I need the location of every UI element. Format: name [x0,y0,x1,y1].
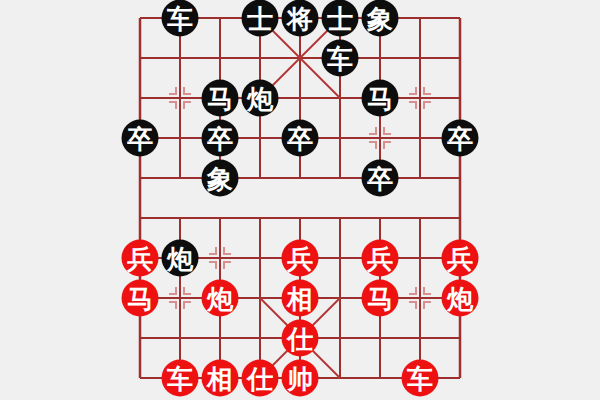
piece-red-advisor[interactable]: 仕 [242,360,279,397]
piece-black-horse[interactable]: 马 [362,80,399,117]
point-marker [409,287,431,309]
piece-red-general[interactable]: 帅 [282,360,319,397]
piece-red-soldier[interactable]: 兵 [362,240,399,277]
piece-red-horse[interactable]: 马 [362,280,399,317]
point-marker-corner [383,141,391,149]
point-marker-corner [409,87,417,95]
piece-red-soldier[interactable]: 兵 [442,240,479,277]
piece-black-general[interactable]: 将 [282,0,319,37]
point-marker-corner [423,301,431,309]
point-marker-corner [209,247,217,255]
point-marker [169,287,191,309]
point-marker-corner [169,101,177,109]
piece-black-soldier[interactable]: 卒 [442,120,479,157]
piece-red-chariot[interactable]: 车 [402,360,439,397]
piece-red-advisor[interactable]: 仕 [282,320,319,357]
point-marker-corner [169,87,177,95]
point-marker-corner [169,301,177,309]
piece-black-elephant[interactable]: 象 [202,160,239,197]
point-marker-corner [183,287,191,295]
point-marker-corner [169,287,177,295]
piece-red-soldier[interactable]: 兵 [282,240,319,277]
piece-red-elephant[interactable]: 相 [282,280,319,317]
piece-black-advisor[interactable]: 士 [322,0,359,37]
piece-red-cannon[interactable]: 炮 [442,280,479,317]
piece-black-cannon[interactable]: 炮 [242,80,279,117]
piece-black-soldier[interactable]: 卒 [122,120,159,157]
point-marker-corner [183,101,191,109]
point-marker-corner [409,287,417,295]
piece-red-cannon[interactable]: 炮 [202,280,239,317]
point-marker-corner [209,261,217,269]
piece-black-soldier[interactable]: 卒 [362,160,399,197]
piece-black-horse[interactable]: 马 [202,80,239,117]
piece-black-chariot[interactable]: 车 [322,40,359,77]
point-marker [369,127,391,149]
point-marker-corner [383,127,391,135]
point-marker [169,87,191,109]
point-marker-corner [369,141,377,149]
point-marker-corner [183,301,191,309]
piece-red-soldier[interactable]: 兵 [122,240,159,277]
piece-black-cannon[interactable]: 炮 [162,240,199,277]
point-marker-corner [223,261,231,269]
point-marker [409,87,431,109]
point-marker-corner [423,287,431,295]
point-marker-corner [423,87,431,95]
point-marker-corner [183,87,191,95]
piece-red-horse[interactable]: 马 [122,280,159,317]
piece-black-soldier[interactable]: 卒 [282,120,319,157]
piece-red-chariot[interactable]: 车 [162,360,199,397]
point-marker-corner [423,101,431,109]
point-marker [209,247,231,269]
point-marker-corner [409,101,417,109]
piece-black-chariot[interactable]: 车 [162,0,199,37]
point-marker-corner [409,301,417,309]
piece-black-advisor[interactable]: 士 [242,0,279,37]
piece-black-elephant[interactable]: 象 [362,0,399,37]
point-marker-corner [369,127,377,135]
point-marker-corner [223,247,231,255]
piece-red-elephant[interactable]: 相 [202,360,239,397]
piece-black-soldier[interactable]: 卒 [202,120,239,157]
xiangqi-app: { "game": "xiangqi", "position": "1r1aka… [0,0,600,400]
xiangqi-board: 车士将士象车马炮马卒卒卒卒象卒炮兵兵兵兵马炮相马炮仕车相仕帅车 [0,0,600,400]
